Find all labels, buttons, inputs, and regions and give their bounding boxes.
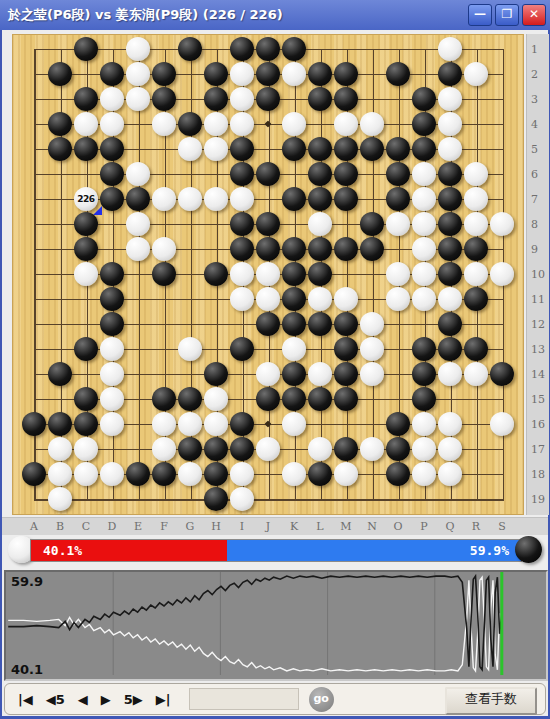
white-stone-I2[interactable] <box>230 62 254 86</box>
forward-1-button[interactable]: ▶ <box>101 692 111 707</box>
black-stone-J3[interactable] <box>256 87 280 111</box>
black-stone-P5[interactable] <box>412 137 436 161</box>
black-stone-H14[interactable] <box>204 362 228 386</box>
white-stone-Q16[interactable] <box>438 412 462 436</box>
white-stone-E1[interactable] <box>126 37 150 61</box>
black-stone-K12[interactable] <box>282 312 306 336</box>
white-stone-I10[interactable] <box>230 262 254 286</box>
black-stone-N8[interactable] <box>360 212 384 236</box>
last-move-number: 226 <box>77 194 94 204</box>
white-stone-O10[interactable] <box>386 262 410 286</box>
row-label-16: 16 <box>531 418 545 431</box>
row-label-11: 11 <box>531 293 545 306</box>
col-label-H: H <box>211 520 221 533</box>
col-label-P: P <box>420 520 427 533</box>
black-stone-K9[interactable] <box>282 237 306 261</box>
white-stone-M11[interactable] <box>334 287 358 311</box>
col-label-O: O <box>393 520 402 533</box>
black-stone-N5[interactable] <box>360 137 384 161</box>
col-label-N: N <box>367 520 377 533</box>
col-label-J: J <box>266 520 270 533</box>
white-stone-P18[interactable] <box>412 462 436 486</box>
white-stone-H4[interactable] <box>204 112 228 136</box>
white-stone-F4[interactable] <box>152 112 176 136</box>
row-label-12: 12 <box>531 318 545 331</box>
black-stone-D6[interactable] <box>100 162 124 186</box>
black-stone-R9[interactable] <box>464 237 488 261</box>
white-stone-N13[interactable] <box>360 337 384 361</box>
black-stone-N9[interactable] <box>360 237 384 261</box>
black-stone-Q8[interactable] <box>438 212 462 236</box>
col-label-M: M <box>340 520 351 533</box>
black-stone-G17[interactable] <box>178 437 202 461</box>
black-stone-M5[interactable] <box>334 137 358 161</box>
white-stone-P17[interactable] <box>412 437 436 461</box>
last-move-marker <box>93 206 102 215</box>
playback-controls: |◀◀5◀▶5▶▶| go 查看手数 <box>4 683 546 715</box>
main-panel: 226 12345678910111213141516171819 ABCDEF… <box>2 30 548 716</box>
black-stone-J9[interactable] <box>256 237 280 261</box>
col-label-L: L <box>316 520 323 533</box>
white-stone-C7[interactable]: 226 <box>74 187 98 211</box>
black-stone-K15[interactable] <box>282 387 306 411</box>
black-stone-S14[interactable] <box>490 362 514 386</box>
black-stone-K11[interactable] <box>282 287 306 311</box>
white-stone-S8[interactable] <box>490 212 514 236</box>
black-stone-O7[interactable] <box>386 187 410 211</box>
black-stone-J15[interactable] <box>256 387 280 411</box>
white-stone-J11[interactable] <box>256 287 280 311</box>
col-label-F: F <box>160 520 168 533</box>
black-stone-Q13[interactable] <box>438 337 462 361</box>
white-stone-F16[interactable] <box>152 412 176 436</box>
white-stone-Q14[interactable] <box>438 362 462 386</box>
white-stone-M4[interactable] <box>334 112 358 136</box>
row-label-13: 13 <box>531 343 545 356</box>
forward-5-button[interactable]: 5▶ <box>124 692 143 707</box>
white-stone-E6[interactable] <box>126 162 150 186</box>
black-stone-C8[interactable] <box>74 212 98 236</box>
white-stone-N17[interactable] <box>360 437 384 461</box>
white-stone-D18[interactable] <box>100 462 124 486</box>
white-stone-P10[interactable] <box>412 262 436 286</box>
black-stone-K10[interactable] <box>282 262 306 286</box>
black-stone-L5[interactable] <box>308 137 332 161</box>
row-label-8: 8 <box>531 218 538 231</box>
back-5-button[interactable]: ◀5 <box>46 692 65 707</box>
column-coordinates: ABCDEFGHIJKLMNOPQRS <box>2 517 548 535</box>
black-stone-Q12[interactable] <box>438 312 462 336</box>
row-label-5: 5 <box>531 143 538 156</box>
winrate-bar: 40.1% 59.9% <box>30 539 522 562</box>
black-stone-M17[interactable] <box>334 437 358 461</box>
black-stone-K14[interactable] <box>282 362 306 386</box>
move-number-input[interactable] <box>189 688 299 710</box>
black-stone-G4[interactable] <box>178 112 202 136</box>
black-stone-O2[interactable] <box>386 62 410 86</box>
white-winrate-label: 40.1% <box>31 543 94 558</box>
black-stone-C9[interactable] <box>74 237 98 261</box>
close-button[interactable]: ✕ <box>522 4 546 26</box>
white-stone-N4[interactable] <box>360 112 384 136</box>
col-label-Q: Q <box>445 520 454 533</box>
col-label-D: D <box>108 520 117 533</box>
white-stone-D16[interactable] <box>100 412 124 436</box>
white-stone-G16[interactable] <box>178 412 202 436</box>
white-stone-C10[interactable] <box>74 262 98 286</box>
black-stone-G15[interactable] <box>178 387 202 411</box>
white-stone-L14[interactable] <box>308 362 332 386</box>
black-stone-F18[interactable] <box>152 462 176 486</box>
first-move-button[interactable]: |◀ <box>18 692 33 707</box>
col-label-E: E <box>134 520 142 533</box>
last-move-button[interactable]: ▶| <box>156 692 171 707</box>
black-stone-B4[interactable] <box>48 112 72 136</box>
white-stone-P9[interactable] <box>412 237 436 261</box>
white-stone-H15[interactable] <box>204 387 228 411</box>
white-stone-N12[interactable] <box>360 312 384 336</box>
white-stone-O8[interactable] <box>386 212 410 236</box>
black-stone-P15[interactable] <box>412 387 436 411</box>
white-stone-K16[interactable] <box>282 412 306 436</box>
black-stone-A16[interactable] <box>22 412 46 436</box>
black-stone-H10[interactable] <box>204 262 228 286</box>
review-moves-button[interactable]: 查看手数 <box>445 687 537 715</box>
black-stone-I9[interactable] <box>230 237 254 261</box>
black-stone-M7[interactable] <box>334 187 358 211</box>
black-stone-J12[interactable] <box>256 312 280 336</box>
col-label-R: R <box>472 520 480 533</box>
black-stone-Q2[interactable] <box>438 62 462 86</box>
white-stone-L17[interactable] <box>308 437 332 461</box>
graph-bottom-value: 40.1 <box>11 662 43 677</box>
black-stone-J6[interactable] <box>256 162 280 186</box>
white-stone-P7[interactable] <box>412 187 436 211</box>
black-stone-P3[interactable] <box>412 87 436 111</box>
white-winrate-segment: 40.1% <box>31 540 227 561</box>
white-stone-B18[interactable] <box>48 462 72 486</box>
col-label-B: B <box>56 520 64 533</box>
black-stone-M3[interactable] <box>334 87 358 111</box>
white-stone-Q17[interactable] <box>438 437 462 461</box>
white-stone-S10[interactable] <box>490 262 514 286</box>
col-label-A: A <box>30 520 38 533</box>
black-stone-P4[interactable] <box>412 112 436 136</box>
white-stone-P16[interactable] <box>412 412 436 436</box>
white-stone-S16[interactable] <box>490 412 514 436</box>
white-stone-Q4[interactable] <box>438 112 462 136</box>
black-stone-A18[interactable] <box>22 462 46 486</box>
black-stone-I16[interactable] <box>230 412 254 436</box>
white-stone-G7[interactable] <box>178 187 202 211</box>
window-buttons: — ❐ ✕ <box>468 4 546 26</box>
black-stone-F3[interactable] <box>152 87 176 111</box>
white-stone-Q1[interactable] <box>438 37 462 61</box>
black-stone-P13[interactable] <box>412 337 436 361</box>
white-stone-E8[interactable] <box>126 212 150 236</box>
white-stone-J14[interactable] <box>256 362 280 386</box>
white-stone-I7[interactable] <box>230 187 254 211</box>
row-label-7: 7 <box>531 193 538 206</box>
black-stone-I8[interactable] <box>230 212 254 236</box>
white-stone-Q3[interactable] <box>438 87 462 111</box>
black-stone-L3[interactable] <box>308 87 332 111</box>
winrate-bar-zone: 40.1% 59.9% <box>2 535 548 567</box>
white-stone-R14[interactable] <box>464 362 488 386</box>
black-stone-D5[interactable] <box>100 137 124 161</box>
black-stone-M12[interactable] <box>334 312 358 336</box>
row-label-10: 10 <box>531 268 545 281</box>
white-stone-J17[interactable] <box>256 437 280 461</box>
col-label-G: G <box>186 520 195 533</box>
black-stone-G1[interactable] <box>178 37 202 61</box>
black-stone-C16[interactable] <box>74 412 98 436</box>
black-stone-D12[interactable] <box>100 312 124 336</box>
black-stone-J2[interactable] <box>256 62 280 86</box>
black-stone-I1[interactable] <box>230 37 254 61</box>
white-stone-P11[interactable] <box>412 287 436 311</box>
black-stone-B2[interactable] <box>48 62 72 86</box>
black-stone-B16[interactable] <box>48 412 72 436</box>
white-stone-D15[interactable] <box>100 387 124 411</box>
black-stone-C15[interactable] <box>74 387 98 411</box>
black-stone-M13[interactable] <box>334 337 358 361</box>
black-winrate-label: 59.9% <box>458 543 521 558</box>
row-label-6: 6 <box>531 168 538 181</box>
black-winrate-segment: 59.9% <box>227 540 521 561</box>
black-stone-O6[interactable] <box>386 162 410 186</box>
white-stone-R6[interactable] <box>464 162 488 186</box>
black-stone-K1[interactable] <box>282 37 306 61</box>
black-stone-B5[interactable] <box>48 137 72 161</box>
black-stone-L12[interactable] <box>308 312 332 336</box>
white-stone-H7[interactable] <box>204 187 228 211</box>
white-stone-K2[interactable] <box>282 62 306 86</box>
col-label-C: C <box>82 520 90 533</box>
row-label-9: 9 <box>531 243 538 256</box>
black-stone-E7[interactable] <box>126 187 150 211</box>
row-label-4: 4 <box>531 118 538 131</box>
row-label-3: 3 <box>531 93 538 106</box>
black-stone-D2[interactable] <box>100 62 124 86</box>
black-stone-C1[interactable] <box>74 37 98 61</box>
black-stone-F2[interactable] <box>152 62 176 86</box>
minimize-button[interactable]: — <box>468 4 492 26</box>
maximize-button[interactable]: ❐ <box>495 4 519 26</box>
black-stone-O5[interactable] <box>386 137 410 161</box>
black-stone-L2[interactable] <box>308 62 332 86</box>
black-stone-F15[interactable] <box>152 387 176 411</box>
row-label-15: 15 <box>531 393 545 406</box>
graph-top-value: 59.9 <box>11 574 43 589</box>
col-label-I: I <box>240 520 244 533</box>
black-stone-R13[interactable] <box>464 337 488 361</box>
white-stone-D14[interactable] <box>100 362 124 386</box>
white-stone-M18[interactable] <box>334 462 358 486</box>
white-stone-P8[interactable] <box>412 212 436 236</box>
row-label-18: 18 <box>531 468 545 481</box>
black-stone-K7[interactable] <box>282 187 306 211</box>
white-stone-R2[interactable] <box>464 62 488 86</box>
black-stone-K5[interactable] <box>282 137 306 161</box>
row-label-19: 19 <box>531 493 545 506</box>
white-stone-K18[interactable] <box>282 462 306 486</box>
white-stone-F17[interactable] <box>152 437 176 461</box>
black-stone-L10[interactable] <box>308 262 332 286</box>
black-stone-M14[interactable] <box>334 362 358 386</box>
black-stone-D11[interactable] <box>100 287 124 311</box>
row-coordinates: 12345678910111213141516171819 <box>526 34 549 515</box>
white-stone-H5[interactable] <box>204 137 228 161</box>
white-stone-H16[interactable] <box>204 412 228 436</box>
white-stone-I4[interactable] <box>230 112 254 136</box>
row-label-17: 17 <box>531 443 545 456</box>
winrate-graph-canvas <box>6 572 542 675</box>
white-stone-K4[interactable] <box>282 112 306 136</box>
white-stone-K13[interactable] <box>282 337 306 361</box>
white-stone-R10[interactable] <box>464 262 488 286</box>
back-1-button[interactable]: ◀ <box>78 692 88 707</box>
black-stone-B14[interactable] <box>48 362 72 386</box>
white-stone-G5[interactable] <box>178 137 202 161</box>
black-stone-H19[interactable] <box>204 487 228 511</box>
black-stone-H18[interactable] <box>204 462 228 486</box>
black-stone-H17[interactable] <box>204 437 228 461</box>
black-stone-L18[interactable] <box>308 462 332 486</box>
white-stone-C17[interactable] <box>74 437 98 461</box>
black-stone-Q9[interactable] <box>438 237 462 261</box>
black-stone-H2[interactable] <box>204 62 228 86</box>
white-stone-R7[interactable] <box>464 187 488 211</box>
black-stone-I5[interactable] <box>230 137 254 161</box>
black-stone-M15[interactable] <box>334 387 358 411</box>
row-label-2: 2 <box>531 68 538 81</box>
black-stone-Q7[interactable] <box>438 187 462 211</box>
black-stone-I6[interactable] <box>230 162 254 186</box>
black-stone-M6[interactable] <box>334 162 358 186</box>
white-stone-E9[interactable] <box>126 237 150 261</box>
white-stone-G13[interactable] <box>178 337 202 361</box>
black-stone-C3[interactable] <box>74 87 98 111</box>
go-button[interactable]: go <box>309 687 334 712</box>
black-stone-I17[interactable] <box>230 437 254 461</box>
black-stone-Q10[interactable] <box>438 262 462 286</box>
black-stone-I13[interactable] <box>230 337 254 361</box>
winrate-graph[interactable]: 59.9 40.1 <box>4 570 548 681</box>
white-stone-Q18[interactable] <box>438 462 462 486</box>
black-stone-L6[interactable] <box>308 162 332 186</box>
white-stone-I19[interactable] <box>230 487 254 511</box>
white-stone-J10[interactable] <box>256 262 280 286</box>
black-stone-L15[interactable] <box>308 387 332 411</box>
black-stone-O18[interactable] <box>386 462 410 486</box>
white-stone-L11[interactable] <box>308 287 332 311</box>
white-stone-Q5[interactable] <box>438 137 462 161</box>
black-stone-L9[interactable] <box>308 237 332 261</box>
black-stone-Q6[interactable] <box>438 162 462 186</box>
black-stone-F10[interactable] <box>152 262 176 286</box>
white-stone-D3[interactable] <box>100 87 124 111</box>
black-stone-C5[interactable] <box>74 137 98 161</box>
white-stone-L8[interactable] <box>308 212 332 236</box>
white-stone-D4[interactable] <box>100 112 124 136</box>
white-stone-I3[interactable] <box>230 87 254 111</box>
white-stone-P6[interactable] <box>412 162 436 186</box>
white-stone-R8[interactable] <box>464 212 488 236</box>
white-stone-C4[interactable] <box>74 112 98 136</box>
go-board[interactable]: 226 <box>12 34 524 515</box>
white-stone-E2[interactable] <box>126 62 150 86</box>
row-label-14: 14 <box>531 368 545 381</box>
white-stone-E3[interactable] <box>126 87 150 111</box>
black-stone-J1[interactable] <box>256 37 280 61</box>
white-stone-F7[interactable] <box>152 187 176 211</box>
col-label-K: K <box>290 520 298 533</box>
title-bar: 於之莹(P6段) vs 姜东润(P9段) (226 / 226) — ❐ ✕ <box>0 0 550 30</box>
white-stone-C18[interactable] <box>74 462 98 486</box>
col-label-S: S <box>498 520 506 533</box>
white-stone-N14[interactable] <box>360 362 384 386</box>
white-stone-I11[interactable] <box>230 287 254 311</box>
white-stone-F9[interactable] <box>152 237 176 261</box>
white-stone-Q11[interactable] <box>438 287 462 311</box>
white-stone-B19[interactable] <box>48 487 72 511</box>
black-stone-O16[interactable] <box>386 412 410 436</box>
black-stone-J8[interactable] <box>256 212 280 236</box>
window-title: 於之莹(P6段) vs 姜东润(P9段) (226 / 226) <box>0 6 283 24</box>
black-stone-D10[interactable] <box>100 262 124 286</box>
black-stone-C13[interactable] <box>74 337 98 361</box>
black-stone-M2[interactable] <box>334 62 358 86</box>
black-stone-D7[interactable] <box>100 187 124 211</box>
black-stone-R11[interactable] <box>464 287 488 311</box>
black-stone-M9[interactable] <box>334 237 358 261</box>
black-stone-P14[interactable] <box>412 362 436 386</box>
black-stone-L7[interactable] <box>308 187 332 211</box>
white-stone-G18[interactable] <box>178 462 202 486</box>
white-stone-O11[interactable] <box>386 287 410 311</box>
black-stone-H3[interactable] <box>204 87 228 111</box>
row-label-1: 1 <box>531 43 538 56</box>
white-stone-D13[interactable] <box>100 337 124 361</box>
black-stone-E18[interactable] <box>126 462 150 486</box>
black-stone-icon <box>515 536 542 563</box>
white-stone-I18[interactable] <box>230 462 254 486</box>
black-stone-O17[interactable] <box>386 437 410 461</box>
white-stone-B17[interactable] <box>48 437 72 461</box>
